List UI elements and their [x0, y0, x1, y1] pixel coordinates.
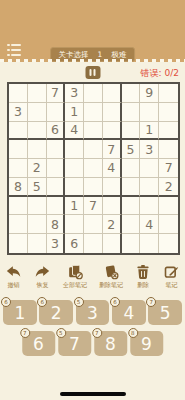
all-notes-icon — [66, 264, 85, 280]
cell-r3c1[interactable] — [9, 122, 28, 141]
cell-r5c7[interactable] — [122, 159, 141, 178]
numpad-digit: 5 — [160, 303, 171, 323]
header-bar: 关卡选择 1 极难 — [0, 0, 185, 62]
numpad-digit: 1 — [14, 303, 25, 323]
numpad-button-9[interactable]: 98 — [130, 331, 164, 356]
cell-r3c5[interactable] — [84, 122, 103, 141]
cell-r4c5[interactable] — [84, 140, 103, 159]
home-indicator[interactable] — [60, 392, 126, 396]
remaining-count-badge: 6 — [37, 297, 47, 307]
cell-r5c6[interactable]: 4 — [103, 159, 122, 178]
remaining-count-badge: 8 — [128, 328, 138, 338]
cell-r6c9[interactable]: 2 — [159, 178, 178, 197]
cell-r1c2[interactable] — [28, 84, 47, 103]
cell-r3c6[interactable] — [103, 122, 122, 141]
remaining-count-badge: 5 — [74, 297, 84, 307]
cell-r9c5[interactable] — [84, 234, 103, 253]
cell-r5c1[interactable] — [9, 159, 28, 178]
cell-r8c8[interactable]: 4 — [140, 215, 159, 234]
delete-label: 删除 — [137, 281, 149, 290]
cell-r6c3[interactable] — [47, 178, 66, 197]
cell-r7c4[interactable]: 1 — [65, 197, 84, 216]
cell-r2c1[interactable]: 3 — [9, 103, 28, 122]
cell-r6c5[interactable] — [84, 178, 103, 197]
redo-icon — [34, 264, 51, 280]
cell-r7c2[interactable] — [28, 197, 47, 216]
cell-r6c6[interactable] — [103, 178, 122, 197]
cell-r2c9[interactable] — [159, 103, 178, 122]
numpad-button-3[interactable]: 35 — [76, 300, 110, 325]
cell-r3c9[interactable] — [159, 122, 178, 141]
cell-r4c7[interactable]: 5 — [122, 140, 141, 159]
remaining-count-badge: 7 — [20, 328, 30, 338]
cell-r2c2[interactable] — [28, 103, 47, 122]
trash-icon — [135, 264, 151, 280]
remaining-count-badge: 6 — [110, 297, 120, 307]
numpad-digit: 6 — [33, 334, 44, 354]
cell-r9c3[interactable]: 3 — [47, 234, 66, 253]
remaining-count-badge: 7 — [146, 297, 156, 307]
cell-r7c7[interactable] — [122, 197, 141, 216]
cell-r8c5[interactable] — [84, 215, 103, 234]
notes-button[interactable]: 笔记 — [163, 261, 180, 296]
level-number: 1 — [98, 50, 103, 59]
numpad-digit: 8 — [105, 334, 116, 354]
menu-hamburger-icon[interactable] — [7, 44, 21, 57]
numpad-digit: 9 — [141, 334, 152, 354]
cell-r2c3[interactable] — [47, 103, 66, 122]
cell-r8c3[interactable]: 8 — [47, 215, 66, 234]
cell-r3c3[interactable]: 6 — [47, 122, 66, 141]
cell-r9c2[interactable] — [28, 234, 47, 253]
notes-label: 笔记 — [166, 281, 178, 290]
cell-r9c1[interactable] — [9, 234, 28, 253]
cell-r3c2[interactable] — [28, 122, 47, 141]
cell-r1c1[interactable] — [9, 84, 28, 103]
numpad-digit: 7 — [69, 334, 80, 354]
all-notes-label: 全部笔记 — [63, 281, 87, 290]
cell-r6c1[interactable]: 8 — [9, 178, 28, 197]
cell-r6c4[interactable] — [65, 178, 84, 197]
cell-r1c3[interactable]: 7 — [47, 84, 66, 103]
cell-r5c3[interactable] — [47, 159, 66, 178]
cell-r1c5[interactable] — [84, 84, 103, 103]
cell-r2c8[interactable] — [140, 103, 159, 122]
cell-r1c9[interactable] — [159, 84, 178, 103]
pause-button[interactable] — [85, 66, 100, 79]
cell-r3c8[interactable]: 1 — [140, 122, 159, 141]
cell-r8c7[interactable] — [122, 215, 141, 234]
cell-r7c6[interactable] — [103, 197, 122, 216]
cell-r1c7[interactable] — [122, 84, 141, 103]
cell-r3c7[interactable] — [122, 122, 141, 141]
cell-r7c9[interactable] — [159, 197, 178, 216]
numpad-button-7[interactable]: 75 — [58, 331, 92, 356]
cell-r7c3[interactable] — [47, 197, 66, 216]
remaining-count-badge: 7 — [92, 328, 102, 338]
cell-r4c6[interactable]: 7 — [103, 140, 122, 159]
cell-r9c6[interactable] — [103, 234, 122, 253]
level-select-label: 关卡选择 — [59, 50, 89, 60]
cell-r4c4[interactable] — [65, 140, 84, 159]
cell-r7c1[interactable] — [9, 197, 28, 216]
numpad-button-4[interactable]: 46 — [112, 300, 146, 325]
cell-r5c8[interactable] — [140, 159, 159, 178]
numpad-button-6[interactable]: 67 — [22, 331, 56, 356]
cell-r5c9[interactable]: 7 — [159, 159, 178, 178]
cell-r2c4[interactable]: 1 — [65, 103, 84, 122]
cell-r4c9[interactable] — [159, 140, 178, 159]
cell-r8c6[interactable]: 2 — [103, 215, 122, 234]
cell-r8c4[interactable] — [65, 215, 84, 234]
cell-r7c5[interactable]: 7 — [84, 197, 103, 216]
notes-pencil-icon — [163, 264, 180, 280]
cell-r2c7[interactable] — [122, 103, 141, 122]
cell-r9c8[interactable] — [140, 234, 159, 253]
cell-r7c8[interactable] — [140, 197, 159, 216]
cell-r5c2[interactable]: 2 — [28, 159, 47, 178]
sudoku-board: 739316417532478521782436 — [7, 82, 180, 255]
numpad-row-1: 1626354657 — [3, 300, 182, 325]
cell-r1c6[interactable] — [103, 84, 122, 103]
cell-r4c2[interactable] — [28, 140, 47, 159]
cell-r2c5[interactable] — [84, 103, 103, 122]
redo-label: 恢复 — [37, 281, 49, 290]
error-counter: 错误: 0/2 — [141, 67, 179, 80]
cell-r8c9[interactable] — [159, 215, 178, 234]
cell-r5c5[interactable] — [84, 159, 103, 178]
numpad-button-8[interactable]: 87 — [94, 331, 128, 356]
delete-notes-label: 删除笔记 — [99, 281, 123, 290]
cell-r3c4[interactable]: 4 — [65, 122, 84, 141]
cell-r4c3[interactable] — [47, 140, 66, 159]
numpad-button-1[interactable]: 16 — [3, 300, 37, 325]
cell-r6c7[interactable] — [122, 178, 141, 197]
cell-r6c8[interactable] — [140, 178, 159, 197]
cell-r1c4[interactable]: 3 — [65, 84, 84, 103]
cell-r8c2[interactable] — [28, 215, 47, 234]
numpad-digit: 3 — [87, 303, 98, 323]
sudoku-app-page: 关卡选择 1 极难 错误: 0/2 7393164175324785217824… — [0, 0, 185, 400]
delete-notes-button[interactable]: 删除笔记 — [99, 261, 123, 296]
undo-icon — [5, 264, 22, 280]
cell-r6c2[interactable]: 5 — [28, 178, 47, 197]
numpad-digit: 4 — [123, 303, 134, 323]
numpad-digit: 2 — [51, 303, 62, 323]
numpad-row-2: 67758798 — [22, 331, 164, 356]
remaining-count-badge: 5 — [56, 328, 66, 338]
redo-button[interactable]: 全部笔记 恢复 — [34, 261, 51, 296]
toolbar: 撤销 全部笔记 恢复 全部笔记 删除笔记 — [0, 261, 185, 296]
cell-r9c9[interactable] — [159, 234, 178, 253]
numpad-button-5[interactable]: 57 — [148, 300, 182, 325]
cell-r1c8[interactable]: 9 — [140, 84, 159, 103]
numpad-button-2[interactable]: 26 — [39, 300, 73, 325]
undo-button[interactable]: 撤销 — [5, 261, 22, 296]
delete-button[interactable]: 删除 — [135, 261, 151, 296]
cell-r4c8[interactable]: 3 — [140, 140, 159, 159]
undo-label: 撤销 — [8, 281, 20, 290]
cell-r9c4[interactable]: 6 — [65, 234, 84, 253]
remaining-count-badge: 6 — [1, 297, 11, 307]
level-selector[interactable]: 关卡选择 1 极难 — [50, 47, 136, 62]
cell-r5c4[interactable] — [65, 159, 84, 178]
cell-r9c7[interactable] — [122, 234, 141, 253]
cell-r2c6[interactable] — [103, 103, 122, 122]
cell-r8c1[interactable] — [9, 215, 28, 234]
delete-notes-icon — [102, 264, 121, 280]
all-notes-button[interactable]: 全部笔记 — [63, 261, 87, 296]
cell-r4c1[interactable] — [9, 140, 28, 159]
difficulty-label: 极难 — [111, 50, 126, 60]
